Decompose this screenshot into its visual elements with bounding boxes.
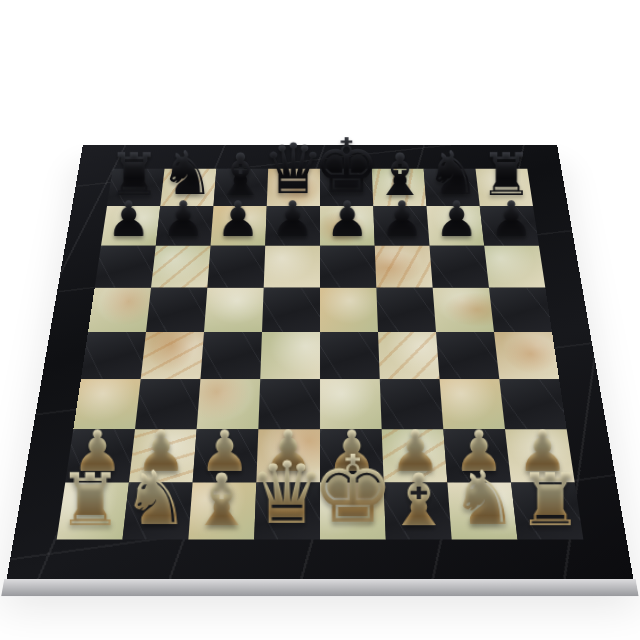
black-pawn[interactable]: ♟	[489, 195, 533, 244]
white-knight[interactable]: ♞	[122, 462, 189, 537]
square-d6[interactable]	[264, 246, 320, 288]
square-f6[interactable]	[375, 246, 433, 288]
square-a7[interactable]: ♟	[101, 206, 160, 246]
square-g5[interactable]	[433, 288, 494, 332]
square-h6[interactable]	[484, 246, 545, 288]
square-g1[interactable]: ♞	[447, 483, 517, 540]
square-c5[interactable]	[204, 288, 264, 332]
square-d1[interactable]: ♛	[254, 483, 320, 540]
square-d7[interactable]: ♟	[265, 206, 320, 246]
square-b1[interactable]: ♞	[122, 483, 192, 540]
square-e7[interactable]: ♟	[320, 206, 375, 246]
square-e6[interactable]	[320, 246, 376, 288]
square-g4[interactable]	[436, 332, 499, 379]
white-king[interactable]: ♚	[311, 444, 394, 537]
black-pawn[interactable]: ♟	[107, 195, 151, 244]
white-rook[interactable]: ♜	[518, 464, 583, 537]
square-b7[interactable]: ♟	[156, 206, 214, 246]
square-e4[interactable]	[320, 332, 380, 379]
square-h1[interactable]: ♜	[511, 483, 583, 540]
square-a4[interactable]	[81, 332, 146, 379]
square-h4[interactable]	[494, 332, 559, 379]
chess-board-grid: ♜♞♝♛♚♝♞♜♟♟♟♟♟♟♟♟♟♟♟♟♟♟♟♟♜♞♝♛♚♝♞♜	[57, 169, 584, 540]
square-d4[interactable]	[260, 332, 320, 379]
white-bishop[interactable]: ♝	[189, 464, 254, 537]
board-bottom-edge	[1, 579, 639, 596]
square-e5[interactable]	[320, 288, 378, 332]
square-h5[interactable]	[489, 288, 552, 332]
square-c6[interactable]	[207, 246, 265, 288]
black-pawn[interactable]: ♟	[161, 195, 205, 244]
square-g6[interactable]	[429, 246, 488, 288]
black-pawn[interactable]: ♟	[216, 195, 260, 244]
black-pawn[interactable]: ♟	[435, 195, 479, 244]
white-knight[interactable]: ♞	[451, 462, 518, 537]
black-pawn[interactable]: ♟	[380, 195, 424, 244]
white-bishop[interactable]: ♝	[386, 464, 451, 537]
board-frame: ♜♞♝♛♚♝♞♜♟♟♟♟♟♟♟♟♟♟♟♟♟♟♟♟♜♞♝♛♚♝♞♜	[7, 145, 634, 579]
square-h7[interactable]: ♟	[480, 206, 539, 246]
photo-background: ♜♞♝♛♚♝♞♜♟♟♟♟♟♟♟♟♟♟♟♟♟♟♟♟♜♞♝♛♚♝♞♜	[0, 0, 640, 640]
square-g7[interactable]: ♟	[426, 206, 484, 246]
square-c1[interactable]: ♝	[188, 483, 256, 540]
square-c7[interactable]: ♟	[211, 206, 267, 246]
square-a6[interactable]	[95, 246, 156, 288]
chess-board: ♜♞♝♛♚♝♞♜♟♟♟♟♟♟♟♟♟♟♟♟♟♟♟♟♜♞♝♛♚♝♞♜	[7, 145, 634, 579]
square-b6[interactable]	[151, 246, 210, 288]
square-b4[interactable]	[141, 332, 204, 379]
white-rook[interactable]: ♜	[57, 464, 122, 537]
square-f7[interactable]: ♟	[373, 206, 429, 246]
black-pawn[interactable]: ♟	[271, 195, 315, 244]
square-f1[interactable]: ♝	[384, 483, 452, 540]
square-d5[interactable]	[262, 288, 320, 332]
square-b5[interactable]	[146, 288, 207, 332]
square-c4[interactable]	[200, 332, 262, 379]
square-f4[interactable]	[378, 332, 440, 379]
square-a1[interactable]: ♜	[57, 483, 129, 540]
black-pawn[interactable]: ♟	[325, 195, 369, 244]
square-f5[interactable]	[376, 288, 436, 332]
square-a5[interactable]	[88, 288, 151, 332]
square-e1[interactable]: ♚	[320, 483, 386, 540]
board-perspective-wrapper: ♜♞♝♛♚♝♞♜♟♟♟♟♟♟♟♟♟♟♟♟♟♟♟♟♜♞♝♛♚♝♞♜	[50, 62, 590, 602]
